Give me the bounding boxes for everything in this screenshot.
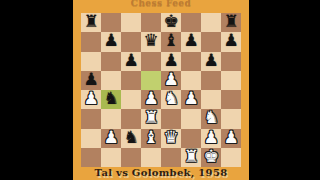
square-e5[interactable]: ♟ xyxy=(161,71,181,90)
square-g5[interactable] xyxy=(201,71,221,90)
square-f5[interactable] xyxy=(181,71,201,90)
square-a5[interactable]: ♟ xyxy=(81,71,101,90)
square-h4[interactable] xyxy=(221,90,241,109)
square-a1[interactable] xyxy=(81,148,101,167)
square-e6[interactable]: ♟ xyxy=(161,52,181,71)
square-c2[interactable]: ♞ xyxy=(121,129,141,148)
letterbox-left xyxy=(0,0,73,180)
square-c6[interactable]: ♟ xyxy=(121,52,141,71)
piece-black-bishop[interactable]: ♝ xyxy=(163,32,178,49)
square-c1[interactable] xyxy=(121,148,141,167)
piece-white-pawn[interactable]: ♟ xyxy=(103,129,118,146)
piece-white-king[interactable]: ♚ xyxy=(203,148,218,165)
piece-white-pawn[interactable]: ♟ xyxy=(83,90,98,107)
square-f8[interactable] xyxy=(181,13,201,32)
square-f6[interactable] xyxy=(181,52,201,71)
square-b5[interactable] xyxy=(101,71,121,90)
square-g8[interactable] xyxy=(201,13,221,32)
piece-white-pawn[interactable]: ♟ xyxy=(143,90,158,107)
square-h1[interactable] xyxy=(221,148,241,167)
square-b2[interactable]: ♟ xyxy=(101,129,121,148)
piece-black-pawn[interactable]: ♟ xyxy=(103,32,118,49)
square-e4[interactable]: ♞ xyxy=(161,90,181,109)
square-a8[interactable]: ♜ xyxy=(81,13,101,32)
watermark-title: Chess Feed xyxy=(73,0,249,8)
square-b3[interactable] xyxy=(101,109,121,128)
piece-white-rook[interactable]: ♜ xyxy=(183,148,198,165)
piece-white-pawn[interactable]: ♟ xyxy=(163,71,178,88)
piece-black-pawn[interactable]: ♟ xyxy=(183,32,198,49)
square-h7[interactable]: ♟ xyxy=(221,32,241,51)
square-f7[interactable]: ♟ xyxy=(181,32,201,51)
chess-board: ♜♚♜♟♛♝♟♟♟♟♟♟♟♟♞♟♞♟♜♞♟♞♝♛♟♟♜♚ xyxy=(81,13,241,167)
square-g3[interactable]: ♞ xyxy=(201,109,221,128)
square-e3[interactable] xyxy=(161,109,181,128)
square-e2[interactable]: ♛ xyxy=(161,129,181,148)
square-h3[interactable] xyxy=(221,109,241,128)
piece-black-rook[interactable]: ♜ xyxy=(223,13,238,30)
square-a2[interactable] xyxy=(81,129,101,148)
square-a4[interactable]: ♟ xyxy=(81,90,101,109)
square-b6[interactable] xyxy=(101,52,121,71)
square-c7[interactable] xyxy=(121,32,141,51)
square-g6[interactable]: ♟ xyxy=(201,52,221,71)
piece-black-pawn[interactable]: ♟ xyxy=(163,52,178,69)
square-b8[interactable] xyxy=(101,13,121,32)
square-f2[interactable] xyxy=(181,129,201,148)
square-d1[interactable] xyxy=(141,148,161,167)
piece-black-knight[interactable]: ♞ xyxy=(103,90,118,107)
video-frame: Chess Feed ♜♚♜♟♛♝♟♟♟♟♟♟♟♟♞♟♞♟♜♞♟♞♝♛♟♟♜♚ … xyxy=(0,0,320,180)
piece-white-pawn[interactable]: ♟ xyxy=(183,90,198,107)
square-d8[interactable] xyxy=(141,13,161,32)
piece-white-knight[interactable]: ♞ xyxy=(203,109,218,126)
square-e8[interactable]: ♚ xyxy=(161,13,181,32)
square-b1[interactable] xyxy=(101,148,121,167)
square-a6[interactable] xyxy=(81,52,101,71)
piece-black-pawn[interactable]: ♟ xyxy=(83,71,98,88)
square-f1[interactable]: ♜ xyxy=(181,148,201,167)
content-area: Chess Feed ♜♚♜♟♛♝♟♟♟♟♟♟♟♟♞♟♞♟♜♞♟♞♝♛♟♟♜♚ … xyxy=(73,0,249,180)
square-c3[interactable] xyxy=(121,109,141,128)
piece-white-rook[interactable]: ♜ xyxy=(143,109,158,126)
square-c4[interactable] xyxy=(121,90,141,109)
square-c5[interactable] xyxy=(121,71,141,90)
square-h8[interactable]: ♜ xyxy=(221,13,241,32)
piece-black-queen[interactable]: ♛ xyxy=(143,32,158,49)
piece-white-knight[interactable]: ♞ xyxy=(163,90,178,107)
square-d2[interactable]: ♝ xyxy=(141,129,161,148)
square-f4[interactable]: ♟ xyxy=(181,90,201,109)
square-g7[interactable] xyxy=(201,32,221,51)
square-b4[interactable]: ♞ xyxy=(101,90,121,109)
piece-black-knight[interactable]: ♞ xyxy=(123,129,138,146)
square-e1[interactable] xyxy=(161,148,181,167)
square-b7[interactable]: ♟ xyxy=(101,32,121,51)
square-a3[interactable] xyxy=(81,109,101,128)
piece-black-pawn[interactable]: ♟ xyxy=(123,52,138,69)
square-d3[interactable]: ♜ xyxy=(141,109,161,128)
square-a7[interactable] xyxy=(81,32,101,51)
piece-black-king[interactable]: ♚ xyxy=(163,13,178,30)
square-d7[interactable]: ♛ xyxy=(141,32,161,51)
square-e7[interactable]: ♝ xyxy=(161,32,181,51)
square-g4[interactable] xyxy=(201,90,221,109)
square-c8[interactable] xyxy=(121,13,141,32)
piece-white-pawn[interactable]: ♟ xyxy=(223,129,238,146)
piece-white-queen[interactable]: ♛ xyxy=(163,129,178,146)
piece-white-bishop[interactable]: ♝ xyxy=(143,129,158,146)
letterbox-right xyxy=(249,0,320,180)
square-f3[interactable] xyxy=(181,109,201,128)
square-d4[interactable]: ♟ xyxy=(141,90,161,109)
square-g2[interactable]: ♟ xyxy=(201,129,221,148)
square-d6[interactable] xyxy=(141,52,161,71)
square-g1[interactable]: ♚ xyxy=(201,148,221,167)
square-d5[interactable] xyxy=(141,71,161,90)
game-caption: Tal vs Golombek, 1958 xyxy=(73,166,249,179)
piece-black-pawn[interactable]: ♟ xyxy=(203,52,218,69)
square-h2[interactable]: ♟ xyxy=(221,129,241,148)
square-h5[interactable] xyxy=(221,71,241,90)
square-h6[interactable] xyxy=(221,52,241,71)
piece-black-rook[interactable]: ♜ xyxy=(83,13,98,30)
piece-black-pawn[interactable]: ♟ xyxy=(223,32,238,49)
piece-white-pawn[interactable]: ♟ xyxy=(203,129,218,146)
